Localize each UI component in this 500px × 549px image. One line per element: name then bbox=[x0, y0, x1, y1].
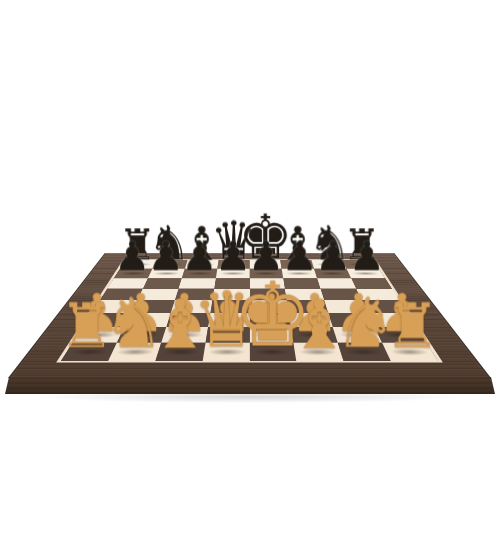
square-a7: ♟ bbox=[114, 269, 152, 278]
board-front-edge bbox=[5, 377, 495, 394]
white-king: ♚ bbox=[233, 271, 312, 359]
square-h7: ♟ bbox=[347, 269, 385, 278]
board-playing-field: ♜♞♝♛♚♝♞♜♟♟♟♟♟♟♟♟♟♟♟♟♟♟♟♟♜♞♝♛♚♝♞♜ bbox=[56, 259, 443, 362]
chess-set-photo: ♜♞♝♛♚♝♞♜♟♟♟♟♟♟♟♟♟♟♟♟♟♟♟♟♜♞♝♛♚♝♞♜ bbox=[0, 0, 500, 549]
square-e1: ♚ bbox=[250, 343, 297, 361]
board-scene: ♜♞♝♛♚♝♞♜♟♟♟♟♟♟♟♟♟♟♟♟♟♟♟♟♜♞♝♛♚♝♞♜ bbox=[8, 0, 491, 378]
black-pawn: ♟ bbox=[181, 235, 217, 275]
black-pawn: ♟ bbox=[148, 235, 184, 275]
square-b7: ♟ bbox=[148, 269, 185, 278]
white-knight: ♞ bbox=[335, 288, 397, 357]
black-pawn: ♟ bbox=[315, 235, 351, 275]
chess-board: ♜♞♝♛♚♝♞♜♟♟♟♟♟♟♟♟♟♟♟♟♟♟♟♟♜♞♝♛♚♝♞♜ bbox=[8, 253, 491, 378]
black-pawn: ♟ bbox=[349, 235, 385, 275]
square-g1: ♞ bbox=[338, 343, 391, 361]
black-pawn: ♟ bbox=[114, 235, 150, 275]
square-g7: ♟ bbox=[314, 269, 351, 278]
